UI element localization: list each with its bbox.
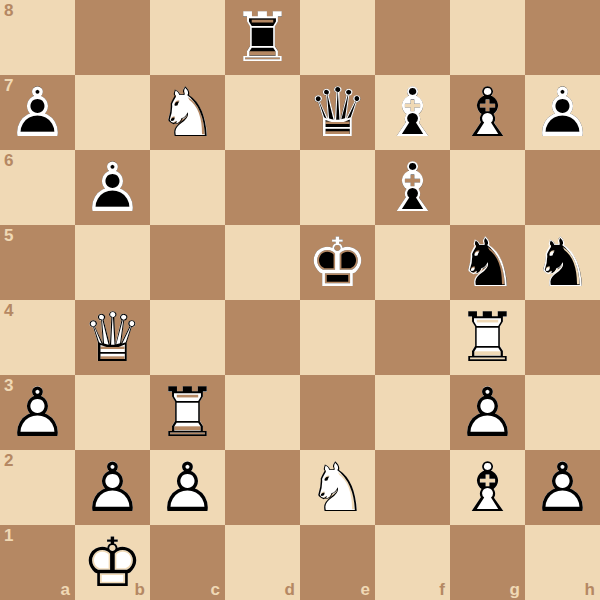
square-h8[interactable] (525, 0, 600, 75)
piece-white-knight[interactable]: ♞♘ (300, 450, 375, 525)
square-d3[interactable] (225, 375, 300, 450)
rank-label-8: 8 (4, 0, 13, 22)
piece-black-bishop[interactable]: ♝♗ (375, 150, 450, 225)
black-pawn-outline: ♙ (75, 150, 150, 225)
square-f2[interactable] (375, 450, 450, 525)
square-b6[interactable]: ♟♙ (75, 150, 150, 225)
piece-white-rook[interactable]: ♜♖ (150, 375, 225, 450)
square-h6[interactable] (525, 150, 600, 225)
square-g1[interactable]: g (450, 525, 525, 600)
piece-white-knight[interactable]: ♞♘ (150, 75, 225, 150)
piece-black-knight[interactable]: ♞♘ (450, 225, 525, 300)
piece-white-pawn[interactable]: ♟♙ (75, 450, 150, 525)
piece-white-rook[interactable]: ♜♖ (450, 300, 525, 375)
rank-label-2: 2 (4, 450, 13, 472)
square-e4[interactable] (300, 300, 375, 375)
square-h5[interactable]: ♞♘ (525, 225, 600, 300)
square-c1[interactable]: c (150, 525, 225, 600)
square-g8[interactable] (450, 0, 525, 75)
square-h2[interactable]: ♟♙ (525, 450, 600, 525)
chess-board: 8♜♖7♟♙♞♘♛♕♝♗♝♗♟♙6♟♙♝♗5♚♔♞♘♞♘4♛♕♜♖3♟♙♜♖♟♙… (0, 0, 600, 600)
square-c2[interactable]: ♟♙ (150, 450, 225, 525)
square-h4[interactable] (525, 300, 600, 375)
square-a6[interactable]: 6 (0, 150, 75, 225)
piece-white-pawn[interactable]: ♟♙ (450, 375, 525, 450)
piece-black-pawn[interactable]: ♟♙ (0, 75, 75, 150)
rank-label-1: 1 (4, 525, 13, 547)
file-label-f: f (439, 580, 445, 600)
black-knight-outline: ♘ (525, 225, 600, 300)
square-a1[interactable]: 1a (0, 525, 75, 600)
piece-black-pawn[interactable]: ♟♙ (525, 75, 600, 150)
piece-black-bishop[interactable]: ♝♗ (375, 75, 450, 150)
square-d1[interactable]: d (225, 525, 300, 600)
square-b7[interactable] (75, 75, 150, 150)
white-pawn-outline: ♙ (0, 375, 75, 450)
rank-label-6: 6 (4, 150, 13, 172)
square-a7[interactable]: 7♟♙ (0, 75, 75, 150)
file-label-a: a (61, 580, 70, 600)
square-g7[interactable]: ♝♗ (450, 75, 525, 150)
square-c5[interactable] (150, 225, 225, 300)
piece-white-pawn[interactable]: ♟♙ (150, 450, 225, 525)
square-e5[interactable]: ♚♔ (300, 225, 375, 300)
white-pawn-outline: ♙ (75, 450, 150, 525)
white-knight-outline: ♘ (150, 75, 225, 150)
white-rook-outline: ♖ (450, 300, 525, 375)
black-rook-outline: ♖ (225, 0, 300, 75)
white-bishop-outline: ♗ (450, 450, 525, 525)
white-king-outline: ♔ (75, 525, 150, 600)
square-e3[interactable] (300, 375, 375, 450)
square-c4[interactable] (150, 300, 225, 375)
square-d7[interactable] (225, 75, 300, 150)
square-c6[interactable] (150, 150, 225, 225)
white-pawn-outline: ♙ (525, 450, 600, 525)
piece-white-bishop[interactable]: ♝♗ (450, 450, 525, 525)
square-e2[interactable]: ♞♘ (300, 450, 375, 525)
piece-black-pawn[interactable]: ♟♙ (75, 150, 150, 225)
piece-white-king[interactable]: ♚♔ (75, 525, 150, 600)
square-a4[interactable]: 4 (0, 300, 75, 375)
square-a3[interactable]: 3♟♙ (0, 375, 75, 450)
square-c3[interactable]: ♜♖ (150, 375, 225, 450)
square-f6[interactable]: ♝♗ (375, 150, 450, 225)
piece-white-queen[interactable]: ♛♕ (75, 300, 150, 375)
square-f3[interactable] (375, 375, 450, 450)
chess-board-grid: 8♜♖7♟♙♞♘♛♕♝♗♝♗♟♙6♟♙♝♗5♚♔♞♘♞♘4♛♕♜♖3♟♙♜♖♟♙… (0, 0, 600, 600)
piece-black-king[interactable]: ♚♔ (300, 225, 375, 300)
white-bishop-outline: ♗ (450, 75, 525, 150)
square-d6[interactable] (225, 150, 300, 225)
square-f5[interactable] (375, 225, 450, 300)
square-e7[interactable]: ♛♕ (300, 75, 375, 150)
square-a8[interactable]: 8 (0, 0, 75, 75)
black-pawn-outline: ♙ (0, 75, 75, 150)
black-king-outline: ♔ (300, 225, 375, 300)
square-g3[interactable]: ♟♙ (450, 375, 525, 450)
piece-black-rook[interactable]: ♜♖ (225, 0, 300, 75)
square-g5[interactable]: ♞♘ (450, 225, 525, 300)
black-bishop-outline: ♗ (375, 75, 450, 150)
square-d2[interactable] (225, 450, 300, 525)
piece-white-pawn[interactable]: ♟♙ (0, 375, 75, 450)
square-f1[interactable]: f (375, 525, 450, 600)
file-label-h: h (585, 580, 595, 600)
black-knight-outline: ♘ (450, 225, 525, 300)
square-f7[interactable]: ♝♗ (375, 75, 450, 150)
black-bishop-outline: ♗ (375, 150, 450, 225)
square-c7[interactable]: ♞♘ (150, 75, 225, 150)
file-label-d: d (285, 580, 295, 600)
white-queen-outline: ♕ (75, 300, 150, 375)
square-b1[interactable]: b♚♔ (75, 525, 150, 600)
square-h1[interactable]: h (525, 525, 600, 600)
square-e1[interactable]: e (300, 525, 375, 600)
file-label-e: e (361, 580, 370, 600)
square-b2[interactable]: ♟♙ (75, 450, 150, 525)
white-pawn-outline: ♙ (450, 375, 525, 450)
black-pawn-outline: ♙ (525, 75, 600, 150)
rank-label-5: 5 (4, 225, 13, 247)
square-a2[interactable]: 2 (0, 450, 75, 525)
file-label-c: c (211, 580, 220, 600)
square-b8[interactable] (75, 0, 150, 75)
piece-white-pawn[interactable]: ♟♙ (525, 450, 600, 525)
rank-label-4: 4 (4, 300, 13, 322)
square-e6[interactable] (300, 150, 375, 225)
piece-black-knight[interactable]: ♞♘ (525, 225, 600, 300)
square-h3[interactable] (525, 375, 600, 450)
black-queen-outline: ♕ (300, 75, 375, 150)
square-c8[interactable] (150, 0, 225, 75)
white-pawn-outline: ♙ (150, 450, 225, 525)
piece-black-queen[interactable]: ♛♕ (300, 75, 375, 150)
square-g6[interactable] (450, 150, 525, 225)
square-b4[interactable]: ♛♕ (75, 300, 150, 375)
square-g4[interactable]: ♜♖ (450, 300, 525, 375)
square-d8[interactable]: ♜♖ (225, 0, 300, 75)
square-b5[interactable] (75, 225, 150, 300)
square-g2[interactable]: ♝♗ (450, 450, 525, 525)
square-f8[interactable] (375, 0, 450, 75)
square-f4[interactable] (375, 300, 450, 375)
square-e8[interactable] (300, 0, 375, 75)
square-b3[interactable] (75, 375, 150, 450)
square-h7[interactable]: ♟♙ (525, 75, 600, 150)
white-rook-outline: ♖ (150, 375, 225, 450)
file-label-g: g (510, 580, 520, 600)
square-a5[interactable]: 5 (0, 225, 75, 300)
square-d5[interactable] (225, 225, 300, 300)
piece-white-bishop[interactable]: ♝♗ (450, 75, 525, 150)
square-d4[interactable] (225, 300, 300, 375)
white-knight-outline: ♘ (300, 450, 375, 525)
